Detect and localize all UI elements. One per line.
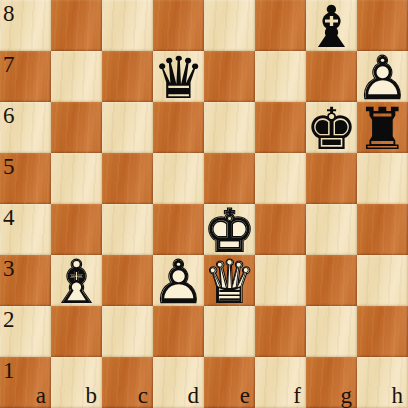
rank-label-8: 8 [3, 2, 15, 25]
square-c4[interactable] [102, 204, 153, 255]
white-bishop-icon: ♗ [51, 256, 102, 307]
file-label-f: f [293, 384, 301, 407]
file-label-d: d [188, 384, 200, 407]
square-g3[interactable] [306, 255, 357, 306]
black-rook-h6[interactable]: ♜ [357, 102, 408, 153]
black-king-g6[interactable]: ♚ [306, 102, 357, 153]
black-rook-icon: ♜ [357, 103, 408, 154]
square-c2[interactable] [102, 306, 153, 357]
square-g4[interactable] [306, 204, 357, 255]
square-h3[interactable] [357, 255, 408, 306]
square-d3[interactable]: ♟♙ [153, 255, 204, 306]
square-f1[interactable]: f [255, 357, 306, 408]
square-c7[interactable] [102, 51, 153, 102]
square-a7[interactable]: 7 [0, 51, 51, 102]
square-f6[interactable] [255, 102, 306, 153]
chess-board: 8♝7♛♟♙6♚♜54♚♔3♝♗♟♙♛♕21abcdefgh [0, 0, 408, 408]
square-e7[interactable] [204, 51, 255, 102]
square-b3[interactable]: ♝♗ [51, 255, 102, 306]
square-h4[interactable] [357, 204, 408, 255]
rank-label-7: 7 [3, 53, 15, 76]
square-g1[interactable]: g [306, 357, 357, 408]
square-g8[interactable]: ♝ [306, 0, 357, 51]
file-label-b: b [86, 384, 98, 407]
square-d1[interactable]: d [153, 357, 204, 408]
white-pawn-d3[interactable]: ♟♙ [153, 255, 204, 306]
black-bishop-icon: ♝ [306, 1, 357, 52]
black-king-icon: ♚ [306, 103, 357, 154]
square-h6[interactable]: ♜ [357, 102, 408, 153]
file-label-e: e [240, 384, 250, 407]
file-label-a: a [36, 384, 46, 407]
white-pawn-icon: ♙ [153, 256, 204, 307]
square-e8[interactable] [204, 0, 255, 51]
white-queen-icon: ♕ [204, 256, 255, 307]
square-b8[interactable] [51, 0, 102, 51]
rank-label-2: 2 [3, 308, 15, 331]
square-f5[interactable] [255, 153, 306, 204]
square-b7[interactable] [51, 51, 102, 102]
black-queen-d7[interactable]: ♛ [153, 51, 204, 102]
square-a4[interactable]: 4 [0, 204, 51, 255]
rank-label-6: 6 [3, 104, 15, 127]
square-e3[interactable]: ♛♕ [204, 255, 255, 306]
square-c6[interactable] [102, 102, 153, 153]
square-d5[interactable] [153, 153, 204, 204]
square-b6[interactable] [51, 102, 102, 153]
black-bishop-g8[interactable]: ♝ [306, 0, 357, 51]
white-bishop-b3[interactable]: ♝♗ [51, 255, 102, 306]
square-a8[interactable]: 8 [0, 0, 51, 51]
square-f7[interactable] [255, 51, 306, 102]
square-g2[interactable] [306, 306, 357, 357]
rank-label-4: 4 [3, 206, 15, 229]
rank-label-1: 1 [3, 359, 15, 382]
file-label-c: c [138, 384, 148, 407]
square-a5[interactable]: 5 [0, 153, 51, 204]
white-queen-e3[interactable]: ♛♕ [204, 255, 255, 306]
rank-label-5: 5 [3, 155, 15, 178]
square-c8[interactable] [102, 0, 153, 51]
black-queen-icon: ♛ [153, 52, 204, 103]
square-h1[interactable]: h [357, 357, 408, 408]
square-c5[interactable] [102, 153, 153, 204]
file-label-h: h [392, 384, 404, 407]
square-b5[interactable] [51, 153, 102, 204]
square-b1[interactable]: b [51, 357, 102, 408]
square-f4[interactable] [255, 204, 306, 255]
square-a2[interactable]: 2 [0, 306, 51, 357]
square-c1[interactable]: c [102, 357, 153, 408]
square-f2[interactable] [255, 306, 306, 357]
square-e6[interactable] [204, 102, 255, 153]
square-d7[interactable]: ♛ [153, 51, 204, 102]
square-a6[interactable]: 6 [0, 102, 51, 153]
rank-label-3: 3 [3, 257, 15, 280]
square-a1[interactable]: 1a [0, 357, 51, 408]
square-f8[interactable] [255, 0, 306, 51]
square-e1[interactable]: e [204, 357, 255, 408]
square-c3[interactable] [102, 255, 153, 306]
square-h2[interactable] [357, 306, 408, 357]
square-a3[interactable]: 3 [0, 255, 51, 306]
file-label-g: g [341, 384, 353, 407]
square-f3[interactable] [255, 255, 306, 306]
square-g6[interactable]: ♚ [306, 102, 357, 153]
